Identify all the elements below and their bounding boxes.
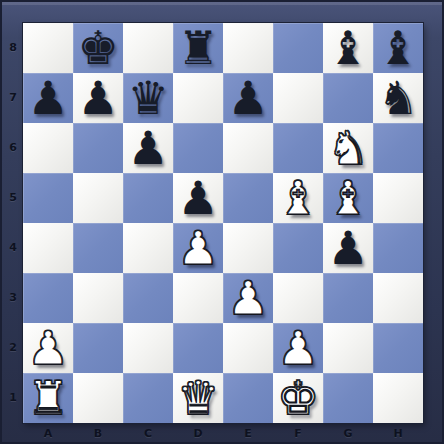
chess-board: ♚♜♝♝♟♟♛♟♞♟♞♟♝♝♟♟♟♟♟♜♛♚ — [23, 23, 423, 423]
square-a4[interactable] — [23, 223, 73, 273]
square-a3[interactable] — [23, 273, 73, 323]
file-label-e: E — [223, 425, 273, 443]
square-d3[interactable] — [173, 273, 223, 323]
square-h6[interactable] — [373, 123, 423, 173]
file-label-a: A — [23, 425, 73, 443]
square-d7[interactable] — [173, 73, 223, 123]
square-f7[interactable] — [273, 73, 323, 123]
white-bishop[interactable]: ♝ — [323, 173, 373, 223]
square-b1[interactable] — [73, 373, 123, 423]
square-a7[interactable]: ♟ — [23, 73, 73, 123]
square-h5[interactable] — [373, 173, 423, 223]
black-pawn[interactable]: ♟ — [23, 73, 73, 123]
square-a1[interactable]: ♜ — [23, 373, 73, 423]
square-h7[interactable]: ♞ — [373, 73, 423, 123]
square-h4[interactable] — [373, 223, 423, 273]
square-a6[interactable] — [23, 123, 73, 173]
file-label-h: H — [373, 425, 423, 443]
white-pawn[interactable]: ♟ — [173, 223, 223, 273]
square-d6[interactable] — [173, 123, 223, 173]
white-pawn[interactable]: ♟ — [273, 323, 323, 373]
square-a8[interactable] — [23, 23, 73, 73]
black-knight[interactable]: ♞ — [373, 73, 423, 123]
white-pawn[interactable]: ♟ — [23, 323, 73, 373]
square-c1[interactable] — [123, 373, 173, 423]
square-b6[interactable] — [73, 123, 123, 173]
black-pawn[interactable]: ♟ — [123, 123, 173, 173]
rank-label-8: 8 — [3, 23, 23, 73]
board-frame: ♚♜♝♝♟♟♛♟♞♟♞♟♝♝♟♟♟♟♟♜♛♚ 87654321 ABCDEFGH — [0, 0, 444, 444]
square-d4[interactable]: ♟ — [173, 223, 223, 273]
square-g2[interactable] — [323, 323, 373, 373]
square-f1[interactable]: ♚ — [273, 373, 323, 423]
square-f2[interactable]: ♟ — [273, 323, 323, 373]
square-g8[interactable]: ♝ — [323, 23, 373, 73]
square-c6[interactable]: ♟ — [123, 123, 173, 173]
square-f8[interactable] — [273, 23, 323, 73]
rank-label-6: 6 — [3, 123, 23, 173]
square-g5[interactable]: ♝ — [323, 173, 373, 223]
square-c4[interactable] — [123, 223, 173, 273]
black-pawn[interactable]: ♟ — [73, 73, 123, 123]
square-g6[interactable]: ♞ — [323, 123, 373, 173]
rank-label-4: 4 — [3, 223, 23, 273]
rank-label-7: 7 — [3, 73, 23, 123]
rank-label-2: 2 — [3, 323, 23, 373]
square-a2[interactable]: ♟ — [23, 323, 73, 373]
square-b8[interactable]: ♚ — [73, 23, 123, 73]
square-b2[interactable] — [73, 323, 123, 373]
square-h3[interactable] — [373, 273, 423, 323]
square-g7[interactable] — [323, 73, 373, 123]
square-c3[interactable] — [123, 273, 173, 323]
square-e8[interactable] — [223, 23, 273, 73]
square-e6[interactable] — [223, 123, 273, 173]
rank-label-1: 1 — [3, 373, 23, 423]
rank-label-3: 3 — [3, 273, 23, 323]
black-queen[interactable]: ♛ — [123, 73, 173, 123]
black-king[interactable]: ♚ — [73, 23, 123, 73]
white-queen[interactable]: ♛ — [173, 373, 223, 423]
black-pawn[interactable]: ♟ — [223, 73, 273, 123]
square-c5[interactable] — [123, 173, 173, 223]
square-e4[interactable] — [223, 223, 273, 273]
square-c8[interactable] — [123, 23, 173, 73]
square-d1[interactable]: ♛ — [173, 373, 223, 423]
square-e7[interactable]: ♟ — [223, 73, 273, 123]
white-bishop[interactable]: ♝ — [273, 173, 323, 223]
square-g4[interactable]: ♟ — [323, 223, 373, 273]
file-label-f: F — [273, 425, 323, 443]
square-f5[interactable]: ♝ — [273, 173, 323, 223]
square-d2[interactable] — [173, 323, 223, 373]
black-bishop[interactable]: ♝ — [373, 23, 423, 73]
file-label-d: D — [173, 425, 223, 443]
white-rook[interactable]: ♜ — [23, 373, 73, 423]
square-c7[interactable]: ♛ — [123, 73, 173, 123]
white-knight[interactable]: ♞ — [323, 123, 373, 173]
square-e1[interactable] — [223, 373, 273, 423]
black-pawn[interactable]: ♟ — [173, 173, 223, 223]
square-h8[interactable]: ♝ — [373, 23, 423, 73]
black-rook[interactable]: ♜ — [173, 23, 223, 73]
black-pawn[interactable]: ♟ — [323, 223, 373, 273]
square-b3[interactable] — [73, 273, 123, 323]
square-h1[interactable] — [373, 373, 423, 423]
square-g1[interactable] — [323, 373, 373, 423]
square-e2[interactable] — [223, 323, 273, 373]
square-e3[interactable]: ♟ — [223, 273, 273, 323]
square-h2[interactable] — [373, 323, 423, 373]
square-c2[interactable] — [123, 323, 173, 373]
square-d8[interactable]: ♜ — [173, 23, 223, 73]
square-f6[interactable] — [273, 123, 323, 173]
square-b5[interactable] — [73, 173, 123, 223]
square-f4[interactable] — [273, 223, 323, 273]
square-d5[interactable]: ♟ — [173, 173, 223, 223]
file-label-c: C — [123, 425, 173, 443]
file-label-g: G — [323, 425, 373, 443]
white-king[interactable]: ♚ — [273, 373, 323, 423]
square-e5[interactable] — [223, 173, 273, 223]
white-pawn[interactable]: ♟ — [223, 273, 273, 323]
black-bishop[interactable]: ♝ — [323, 23, 373, 73]
rank-label-5: 5 — [3, 173, 23, 223]
square-a5[interactable] — [23, 173, 73, 223]
square-g3[interactable] — [323, 273, 373, 323]
square-b7[interactable]: ♟ — [73, 73, 123, 123]
square-f3[interactable] — [273, 273, 323, 323]
file-label-b: B — [73, 425, 123, 443]
square-b4[interactable] — [73, 223, 123, 273]
